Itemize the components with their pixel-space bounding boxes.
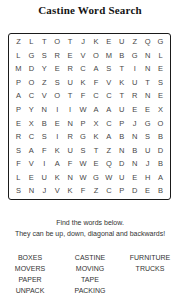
- grid-cell[interactable]: J: [128, 116, 141, 130]
- grid-cell[interactable]: Y: [25, 103, 38, 117]
- grid-cell[interactable]: A: [12, 89, 25, 103]
- grid-cell[interactable]: O: [51, 35, 64, 49]
- page-title: Castine Word Search: [0, 4, 180, 16]
- grid-cell[interactable]: N: [115, 144, 128, 158]
- grid-cell[interactable]: S: [12, 184, 25, 198]
- grid-cell[interactable]: S: [51, 76, 64, 90]
- grid-cell[interactable]: C: [25, 89, 38, 103]
- grid-cell[interactable]: J: [141, 157, 154, 171]
- grid-cell[interactable]: N: [64, 116, 77, 130]
- grid-cell[interactable]: B: [115, 130, 128, 144]
- grid-cell[interactable]: U: [141, 144, 154, 158]
- grid-cell[interactable]: E: [128, 103, 141, 117]
- grid-cell[interactable]: B: [38, 116, 51, 130]
- grid-cell[interactable]: E: [64, 49, 77, 63]
- grid-cell[interactable]: E: [90, 157, 103, 171]
- grid-cell[interactable]: X: [25, 116, 38, 130]
- grid-cell[interactable]: V: [25, 157, 38, 171]
- word-list-item: BOXES: [18, 252, 42, 263]
- grid-cell[interactable]: E: [154, 89, 167, 103]
- grid-cell[interactable]: E: [12, 116, 25, 130]
- grid-cell[interactable]: B: [154, 157, 167, 171]
- grid-cell[interactable]: C: [90, 89, 103, 103]
- grid-cell[interactable]: G: [25, 49, 38, 63]
- grid-cell[interactable]: V: [51, 184, 64, 198]
- grid-cell[interactable]: F: [90, 76, 103, 90]
- grid-cell[interactable]: T: [64, 35, 77, 49]
- instructions-line-1: Find the words below.: [0, 217, 180, 228]
- grid-cell[interactable]: E: [128, 171, 141, 185]
- grid-cell[interactable]: K: [90, 130, 103, 144]
- grid-cell[interactable]: V: [77, 49, 90, 63]
- word-list-item: MOVING: [76, 263, 104, 274]
- grid-cell[interactable]: E: [141, 184, 154, 198]
- grid-cell[interactable]: Z: [90, 184, 103, 198]
- word-list-item: MOVERS: [15, 263, 45, 274]
- grid-cell[interactable]: C: [77, 62, 90, 76]
- grid-cell[interactable]: E: [51, 62, 64, 76]
- grid-cell[interactable]: B: [154, 184, 167, 198]
- grid-cell[interactable]: N: [141, 49, 154, 63]
- grid-cell[interactable]: I: [38, 157, 51, 171]
- grid-cell[interactable]: U: [64, 144, 77, 158]
- word-list-item: TRUCKS: [136, 263, 165, 274]
- grid-cell[interactable]: I: [128, 62, 141, 76]
- grid-cell[interactable]: V: [38, 89, 51, 103]
- grid-cell[interactable]: O: [154, 116, 167, 130]
- grid-cell[interactable]: L: [12, 171, 25, 185]
- grid-cell[interactable]: O: [90, 49, 103, 63]
- grid-cell[interactable]: L: [25, 35, 38, 49]
- grid-cell[interactable]: R: [64, 62, 77, 76]
- grid-cell[interactable]: I: [51, 130, 64, 144]
- grid-cell[interactable]: G: [128, 49, 141, 63]
- letter-grid: ZLTOTJKEUZQGLGSREVOMBGNLMDYERCASTINEPOZS…: [12, 35, 167, 198]
- grid-cell[interactable]: S: [141, 130, 154, 144]
- grid-cell[interactable]: R: [51, 49, 64, 63]
- grid-cell[interactable]: F: [77, 184, 90, 198]
- grid-cell[interactable]: Q: [102, 157, 115, 171]
- grid-cell[interactable]: G: [154, 35, 167, 49]
- grid-cell[interactable]: N: [38, 103, 51, 117]
- grid-cell[interactable]: W: [77, 157, 90, 171]
- grid-cell[interactable]: M: [102, 49, 115, 63]
- word-column: FURNITURETRUCKS: [120, 252, 180, 296]
- grid-cell[interactable]: T: [90, 144, 103, 158]
- word-list-item: TAPE: [81, 274, 99, 285]
- grid-cell[interactable]: Z: [128, 35, 141, 49]
- word-search-board: ZLTOTJKEUZQGLGSREVOMBGNLMDYERCASTINEPOZS…: [8, 33, 171, 200]
- grid-cell[interactable]: P: [115, 184, 128, 198]
- grid-cell[interactable]: T: [115, 89, 128, 103]
- grid-cell[interactable]: C: [102, 116, 115, 130]
- grid-cell[interactable]: G: [77, 130, 90, 144]
- grid-cell[interactable]: U: [38, 171, 51, 185]
- grid-cell[interactable]: J: [38, 184, 51, 198]
- grid-cell[interactable]: H: [141, 171, 154, 185]
- grid-cell[interactable]: P: [77, 116, 90, 130]
- grid-cell[interactable]: L: [154, 49, 167, 63]
- grid-cell[interactable]: T: [115, 62, 128, 76]
- grid-cell[interactable]: S: [38, 49, 51, 63]
- grid-cell[interactable]: X: [154, 103, 167, 117]
- grid-cell[interactable]: A: [102, 103, 115, 117]
- grid-cell[interactable]: P: [12, 76, 25, 90]
- grid-cell[interactable]: U: [115, 103, 128, 117]
- grid-cell[interactable]: Q: [141, 35, 154, 49]
- grid-cell[interactable]: D: [128, 184, 141, 198]
- grid-cell[interactable]: N: [141, 89, 154, 103]
- grid-cell[interactable]: P: [12, 103, 25, 117]
- grid-cell[interactable]: A: [51, 157, 64, 171]
- grid-cell[interactable]: S: [77, 144, 90, 158]
- grid-cell[interactable]: C: [25, 130, 38, 144]
- grid-cell[interactable]: R: [64, 130, 77, 144]
- grid-cell[interactable]: K: [51, 144, 64, 158]
- grid-cell[interactable]: A: [102, 130, 115, 144]
- word-column: CASTINEMOVINGTAPEPACKING: [60, 252, 120, 296]
- grid-cell[interactable]: E: [154, 62, 167, 76]
- grid-cell[interactable]: G: [90, 171, 103, 185]
- grid-cell[interactable]: D: [115, 157, 128, 171]
- grid-cell[interactable]: G: [141, 116, 154, 130]
- grid-cell[interactable]: K: [90, 35, 103, 49]
- grid-cell[interactable]: E: [51, 116, 64, 130]
- grid-cell[interactable]: A: [25, 144, 38, 158]
- word-list-item: PAPER: [18, 274, 41, 285]
- grid-cell[interactable]: Y: [38, 62, 51, 76]
- grid-cell[interactable]: S: [154, 76, 167, 90]
- grid-cell[interactable]: F: [77, 89, 90, 103]
- grid-cell[interactable]: N: [25, 184, 38, 198]
- word-column: BOXESMOVERSPAPERUNPACK: [0, 252, 60, 296]
- grid-cell[interactable]: C: [102, 184, 115, 198]
- grid-cell[interactable]: X: [90, 116, 103, 130]
- grid-cell[interactable]: S: [12, 144, 25, 158]
- instructions-line-2: They can be up, down, diagonal and backw…: [0, 228, 180, 239]
- grid-cell[interactable]: V: [102, 76, 115, 90]
- grid-cell[interactable]: A: [90, 103, 103, 117]
- grid-cell[interactable]: N: [128, 157, 141, 171]
- grid-cell[interactable]: U: [115, 35, 128, 49]
- grid-cell[interactable]: E: [141, 103, 154, 117]
- grid-cell[interactable]: U: [64, 76, 77, 90]
- grid-cell[interactable]: N: [141, 62, 154, 76]
- grid-cell[interactable]: P: [115, 116, 128, 130]
- grid-cell[interactable]: U: [115, 171, 128, 185]
- grid-cell[interactable]: A: [154, 171, 167, 185]
- grid-cell[interactable]: D: [25, 62, 38, 76]
- word-list-item: PACKING: [75, 285, 106, 296]
- grid-cell[interactable]: S: [102, 62, 115, 76]
- grid-cell[interactable]: U: [128, 76, 141, 90]
- grid-cell[interactable]: B: [128, 144, 141, 158]
- grid-cell[interactable]: W: [102, 171, 115, 185]
- grid-cell[interactable]: W: [77, 103, 90, 117]
- grid-cell[interactable]: K: [51, 171, 64, 185]
- grid-cell[interactable]: F: [64, 157, 77, 171]
- grid-cell[interactable]: B: [115, 49, 128, 63]
- grid-cell[interactable]: B: [154, 130, 167, 144]
- word-list-item: UNPACK: [16, 285, 45, 296]
- grid-cell[interactable]: R: [128, 89, 141, 103]
- grid-cell[interactable]: N: [64, 171, 77, 185]
- grid-cell[interactable]: F: [12, 157, 25, 171]
- grid-cell[interactable]: Z: [102, 144, 115, 158]
- grid-cell[interactable]: K: [115, 76, 128, 90]
- word-list: BOXESMOVERSPAPERUNPACK CASTINEMOVINGTAPE…: [0, 252, 180, 296]
- grid-cell[interactable]: T: [64, 89, 77, 103]
- grid-cell[interactable]: A: [90, 62, 103, 76]
- grid-cell[interactable]: T: [38, 35, 51, 49]
- grid-cell[interactable]: K: [77, 76, 90, 90]
- grid-cell[interactable]: S: [38, 130, 51, 144]
- word-list-item: CASTINE: [75, 252, 105, 263]
- grid-cell[interactable]: L: [12, 49, 25, 63]
- grid-cell[interactable]: C: [102, 89, 115, 103]
- grid-cell[interactable]: E: [25, 171, 38, 185]
- grid-cell[interactable]: O: [51, 89, 64, 103]
- grid-cell[interactable]: E: [102, 35, 115, 49]
- grid-cell[interactable]: T: [141, 76, 154, 90]
- grid-cell[interactable]: J: [77, 35, 90, 49]
- grid-cell[interactable]: Z: [12, 35, 25, 49]
- grid-cell[interactable]: W: [77, 171, 90, 185]
- grid-cell[interactable]: M: [12, 62, 25, 76]
- word-list-item: FURNITURE: [130, 252, 170, 263]
- grid-cell[interactable]: I: [64, 103, 77, 117]
- grid-cell[interactable]: F: [38, 144, 51, 158]
- grid-cell[interactable]: K: [64, 184, 77, 198]
- grid-cell[interactable]: Z: [38, 76, 51, 90]
- grid-cell[interactable]: I: [51, 103, 64, 117]
- grid-cell[interactable]: O: [25, 76, 38, 90]
- grid-cell[interactable]: D: [154, 144, 167, 158]
- grid-cell[interactable]: N: [128, 130, 141, 144]
- instructions: Find the words below. They can be up, do…: [0, 217, 180, 239]
- grid-cell[interactable]: R: [12, 130, 25, 144]
